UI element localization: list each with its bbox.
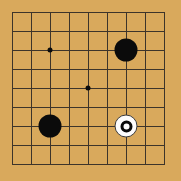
last-move-circle-marker (120, 120, 132, 132)
black-stone (115, 39, 138, 62)
star-point (48, 48, 53, 53)
star-point (86, 86, 91, 91)
white-stone (115, 115, 138, 138)
black-stone (39, 115, 62, 138)
go-board[interactable] (0, 0, 181, 181)
